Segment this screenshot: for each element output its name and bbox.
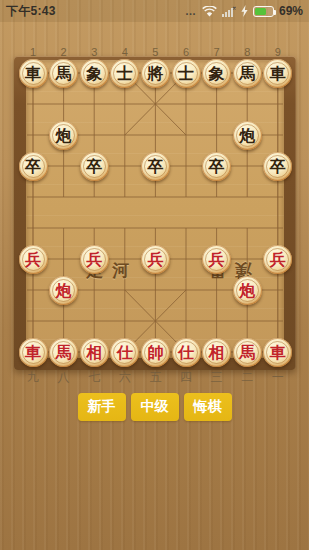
black-piece-象[interactable]: 象: [80, 59, 109, 88]
beginner-button[interactable]: 新手: [78, 393, 126, 421]
board-grid-lines: [14, 56, 296, 370]
file-numeral-5: 五: [149, 369, 161, 386]
red-piece-相[interactable]: 相: [202, 338, 231, 367]
black-piece-士[interactable]: 士: [110, 59, 139, 88]
red-piece-炮[interactable]: 炮: [49, 276, 78, 305]
file-numeral-6: 四: [180, 369, 192, 386]
red-piece-馬[interactable]: 馬: [49, 338, 78, 367]
red-piece-車[interactable]: 車: [263, 338, 292, 367]
file-numeral-2: 八: [58, 369, 70, 386]
red-piece-兵[interactable]: 兵: [141, 245, 170, 274]
red-piece-兵[interactable]: 兵: [19, 245, 48, 274]
black-piece-車[interactable]: 車: [19, 59, 48, 88]
black-piece-士[interactable]: 士: [172, 59, 201, 88]
red-piece-仕[interactable]: 仕: [110, 338, 139, 367]
xiangqi-board[interactable]: 楚河 漢界 車馬象士將士象馬車炮炮卒卒卒卒卒兵兵兵兵兵炮炮車馬相仕帥仕相馬車: [14, 56, 296, 370]
app-screen: 下午5:43 … 69% 1: [0, 0, 309, 550]
wifi-icon: [202, 6, 217, 17]
file-numeral-9: 一: [272, 369, 284, 386]
red-piece-仕[interactable]: 仕: [172, 338, 201, 367]
status-icons: … 69%: [185, 4, 303, 18]
red-piece-帥[interactable]: 帥: [141, 338, 170, 367]
bottom-file-numbers: 九八七六五四三二一: [0, 369, 309, 383]
more-dots-icon: …: [185, 6, 197, 16]
black-piece-卒[interactable]: 卒: [141, 152, 170, 181]
file-numeral-3: 七: [88, 369, 100, 386]
battery-percent: 69%: [279, 4, 303, 18]
black-piece-車[interactable]: 車: [263, 59, 292, 88]
intermediate-button[interactable]: 中级: [131, 393, 179, 421]
black-piece-卒[interactable]: 卒: [19, 152, 48, 181]
file-numeral-1: 九: [27, 369, 39, 386]
red-piece-兵[interactable]: 兵: [80, 245, 109, 274]
charging-bolt-icon: [241, 5, 248, 17]
signal-no-sim-icon: [222, 6, 236, 17]
battery-icon: [253, 6, 274, 17]
black-piece-炮[interactable]: 炮: [49, 121, 78, 150]
black-piece-馬[interactable]: 馬: [49, 59, 78, 88]
red-piece-相[interactable]: 相: [80, 338, 109, 367]
battery-fill: [255, 8, 266, 15]
battery-nub: [274, 10, 276, 15]
black-piece-卒[interactable]: 卒: [202, 152, 231, 181]
red-piece-炮[interactable]: 炮: [233, 276, 262, 305]
black-piece-象[interactable]: 象: [202, 59, 231, 88]
black-piece-卒[interactable]: 卒: [80, 152, 109, 181]
red-piece-兵[interactable]: 兵: [263, 245, 292, 274]
status-bar: 下午5:43 … 69%: [0, 0, 309, 22]
red-piece-車[interactable]: 車: [19, 338, 48, 367]
control-bar: 新手中级悔棋: [0, 393, 309, 421]
file-numeral-4: 六: [119, 369, 131, 386]
black-piece-卒[interactable]: 卒: [263, 152, 292, 181]
undo-button[interactable]: 悔棋: [184, 393, 232, 421]
file-numeral-7: 三: [211, 369, 223, 386]
black-piece-馬[interactable]: 馬: [233, 59, 262, 88]
file-numeral-8: 二: [241, 369, 253, 386]
red-piece-兵[interactable]: 兵: [202, 245, 231, 274]
red-piece-馬[interactable]: 馬: [233, 338, 262, 367]
black-piece-炮[interactable]: 炮: [233, 121, 262, 150]
clock: 下午5:43: [6, 3, 56, 20]
black-piece-將[interactable]: 將: [141, 59, 170, 88]
